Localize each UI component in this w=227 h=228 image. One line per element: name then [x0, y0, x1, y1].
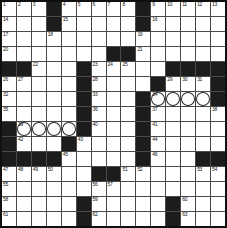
clue-number-58: 58: [3, 197, 8, 202]
cell-r7c7[interactable]: 33: [92, 92, 106, 106]
black-cell-r11c14: [196, 152, 210, 166]
black-cell-r10c1: [2, 137, 16, 151]
cell-r2c8[interactable]: [107, 17, 121, 31]
circle-marker: [62, 122, 76, 136]
clue-number-19: 19: [137, 32, 142, 37]
cell-r10c3[interactable]: [32, 137, 46, 151]
cell-r6c4[interactable]: [47, 77, 61, 91]
cell-r13c13[interactable]: [181, 182, 195, 196]
clue-number-2: 2: [18, 2, 20, 7]
cell-r2c13[interactable]: [181, 17, 195, 31]
crossword-board: 1234567891011121314151617181920212223242…: [0, 0, 227, 228]
black-cell-r2c4: [47, 17, 61, 31]
clue-number-31: 31: [197, 77, 202, 82]
cell-r7c3[interactable]: [32, 92, 46, 106]
cell-r8c11[interactable]: 37: [151, 107, 165, 121]
clue-number-26: 26: [3, 77, 8, 82]
clue-number-34: 34: [152, 92, 157, 97]
cell-r12c15[interactable]: 54: [211, 167, 225, 181]
cell-r3c3[interactable]: [32, 32, 46, 46]
cell-r9c8[interactable]: [107, 122, 121, 136]
cell-r1c8[interactable]: 7: [107, 2, 121, 16]
clue-number-23: 23: [93, 62, 98, 67]
cell-r8c7[interactable]: 36: [92, 107, 106, 121]
cell-r1c15[interactable]: 13: [211, 2, 225, 16]
cell-r6c2[interactable]: 27: [17, 77, 31, 91]
cell-r8c4[interactable]: [47, 107, 61, 121]
cell-r5c9[interactable]: 25: [121, 62, 135, 76]
cell-r13c14[interactable]: [196, 182, 210, 196]
cell-r1c7[interactable]: 6: [92, 2, 106, 16]
cell-r2c14[interactable]: [196, 17, 210, 31]
cell-r8c1[interactable]: 35: [2, 107, 16, 121]
clue-number-39: 39: [18, 122, 23, 127]
cell-r7c13[interactable]: [181, 92, 195, 106]
clue-number-24: 24: [108, 62, 113, 67]
clue-number-38: 38: [212, 107, 217, 112]
cell-r7c2[interactable]: [17, 92, 31, 106]
cell-r15c8[interactable]: [107, 212, 121, 226]
cell-r10c7[interactable]: [92, 137, 106, 151]
circle-marker: [196, 92, 210, 106]
clue-number-37: 37: [152, 107, 157, 112]
black-cell-r11c3: [32, 152, 46, 166]
cell-r12c1[interactable]: 47: [2, 167, 16, 181]
clue-number-3: 3: [33, 2, 35, 7]
cell-r10c15[interactable]: [211, 137, 225, 151]
cell-r3c8[interactable]: [107, 32, 121, 46]
clue-number-57: 57: [108, 182, 113, 187]
cell-r3c9[interactable]: [121, 32, 135, 46]
cell-r15c1[interactable]: 61: [2, 212, 16, 226]
clue-number-62: 62: [93, 212, 98, 217]
cell-r5c5[interactable]: [62, 62, 76, 76]
cell-r8c5[interactable]: [62, 107, 76, 121]
black-cell-r5c2: [17, 62, 31, 76]
cell-r14c4[interactable]: [47, 197, 61, 211]
cell-r9c13[interactable]: [181, 122, 195, 136]
black-cell-r8c10: [136, 107, 150, 121]
clue-number-45: 45: [63, 152, 68, 157]
cell-r9c9[interactable]: [121, 122, 135, 136]
black-cell-r4c8: [107, 47, 121, 61]
cell-r9c5[interactable]: [62, 122, 76, 136]
cell-r9c7[interactable]: 40: [92, 122, 106, 136]
clue-number-21: 21: [137, 47, 142, 52]
cell-r10c2[interactable]: 42: [17, 137, 31, 151]
cell-r14c11[interactable]: [151, 197, 165, 211]
black-cell-r11c15: [211, 152, 225, 166]
cell-r8c13[interactable]: [181, 107, 195, 121]
cell-r12c4[interactable]: 50: [47, 167, 61, 181]
cell-r4c10[interactable]: 21: [136, 47, 150, 61]
cell-r6c9[interactable]: [121, 77, 135, 91]
cell-r4c2[interactable]: [17, 47, 31, 61]
clue-number-53: 53: [197, 167, 202, 172]
cell-r1c14[interactable]: 12: [196, 2, 210, 16]
black-cell-r9c6: [77, 122, 91, 136]
cell-r5c4[interactable]: [47, 62, 61, 76]
cell-r14c10[interactable]: [136, 197, 150, 211]
black-cell-r14c6: [77, 197, 91, 211]
clue-number-46: 46: [152, 152, 157, 157]
cell-r13c11[interactable]: [151, 182, 165, 196]
cell-r4c7[interactable]: [92, 47, 106, 61]
cell-r13c5[interactable]: [62, 182, 76, 196]
cell-r4c5[interactable]: [62, 47, 76, 61]
cell-r11c13[interactable]: [181, 152, 195, 166]
cell-r3c12[interactable]: [166, 32, 180, 46]
clue-number-25: 25: [122, 62, 127, 67]
clue-number-30: 30: [182, 77, 187, 82]
cell-r4c12[interactable]: [166, 47, 180, 61]
cell-r2c12[interactable]: [166, 17, 180, 31]
clue-number-32: 32: [3, 92, 8, 97]
cell-r15c2[interactable]: [17, 212, 31, 226]
black-cell-r10c5: [62, 137, 76, 151]
cell-r10c12[interactable]: [166, 137, 180, 151]
black-cell-r5c15: [211, 62, 225, 76]
cell-r5c8[interactable]: 24: [107, 62, 121, 76]
clue-number-33: 33: [93, 92, 98, 97]
clue-number-43: 43: [78, 137, 83, 142]
cell-r15c11[interactable]: [151, 212, 165, 226]
cell-r7c12[interactable]: [166, 92, 180, 106]
clue-number-36: 36: [93, 107, 98, 112]
cell-r1c5[interactable]: 4: [62, 2, 76, 16]
cell-r3c2[interactable]: [17, 32, 31, 46]
cell-r2c6[interactable]: [77, 17, 91, 31]
black-cell-r11c4: [47, 152, 61, 166]
clue-number-11: 11: [182, 2, 187, 7]
cell-r14c1[interactable]: 58: [2, 197, 16, 211]
cell-r3c15[interactable]: [211, 32, 225, 46]
cell-r7c4[interactable]: [47, 92, 61, 106]
cell-r4c3[interactable]: [32, 47, 46, 61]
cell-r13c1[interactable]: 55: [2, 182, 16, 196]
cell-r14c13[interactable]: 60: [181, 197, 195, 211]
cell-r9c11[interactable]: 41: [151, 122, 165, 136]
cell-r4c15[interactable]: [211, 47, 225, 61]
clue-number-55: 55: [3, 182, 8, 187]
cell-r1c1[interactable]: 1: [2, 2, 16, 16]
clue-number-42: 42: [18, 137, 23, 142]
cell-r6c8[interactable]: [107, 77, 121, 91]
cell-r2c2[interactable]: [17, 17, 31, 31]
cell-r8c12[interactable]: [166, 107, 180, 121]
cell-r11c11[interactable]: 46: [151, 152, 165, 166]
clue-number-52: 52: [137, 167, 142, 172]
clue-number-63: 63: [182, 212, 187, 217]
clue-number-9: 9: [152, 2, 154, 7]
cell-r3c13[interactable]: [181, 32, 195, 46]
clue-number-35: 35: [3, 107, 8, 112]
cell-r11c9[interactable]: [121, 152, 135, 166]
black-cell-r12c8: [107, 167, 121, 181]
cell-r13c7[interactable]: 56: [92, 182, 106, 196]
circle-marker: [181, 92, 195, 106]
cell-r7c1[interactable]: 32: [2, 92, 16, 106]
cell-r6c10[interactable]: [136, 77, 150, 91]
black-cell-r6c11: [151, 77, 165, 91]
cell-r1c3[interactable]: 3: [32, 2, 46, 16]
cell-r11c7[interactable]: [92, 152, 106, 166]
cell-r12c12[interactable]: [166, 167, 180, 181]
cell-r11c8[interactable]: [107, 152, 121, 166]
cell-r13c2[interactable]: [17, 182, 31, 196]
cell-r8c3[interactable]: [32, 107, 46, 121]
black-cell-r6c15: [211, 77, 225, 91]
cell-r4c4[interactable]: [47, 47, 61, 61]
clue-number-59: 59: [93, 197, 98, 202]
cell-r12c3[interactable]: 49: [32, 167, 46, 181]
cell-r12c13[interactable]: [181, 167, 195, 181]
cell-r1c6[interactable]: 5: [77, 2, 91, 16]
cell-r11c6[interactable]: [77, 152, 91, 166]
cell-r15c15[interactable]: [211, 212, 225, 226]
cell-r1c11[interactable]: 9: [151, 2, 165, 16]
cell-r9c4[interactable]: [47, 122, 61, 136]
cell-r8c2[interactable]: [17, 107, 31, 121]
cell-r1c2[interactable]: 2: [17, 2, 31, 16]
cell-r6c1[interactable]: 26: [2, 77, 16, 91]
cell-r1c13[interactable]: 11: [181, 2, 195, 16]
cell-r13c15[interactable]: [211, 182, 225, 196]
black-cell-r5c13: [181, 62, 195, 76]
cell-r7c11[interactable]: 34: [151, 92, 165, 106]
black-cell-r6c6: [77, 77, 91, 91]
cell-r13c6[interactable]: [77, 182, 91, 196]
cell-r8c14[interactable]: [196, 107, 210, 121]
cell-r14c7[interactable]: 59: [92, 197, 106, 211]
cell-r9c15[interactable]: [211, 122, 225, 136]
circle-marker: [166, 92, 180, 106]
clue-number-16: 16: [152, 17, 157, 22]
cell-r6c3[interactable]: [32, 77, 46, 91]
cell-r14c3[interactable]: [32, 197, 46, 211]
cell-r8c15[interactable]: 38: [211, 107, 225, 121]
black-cell-r11c1: [2, 152, 16, 166]
clue-number-13: 13: [212, 2, 217, 7]
cell-r10c4[interactable]: [47, 137, 61, 151]
cell-r4c11[interactable]: [151, 47, 165, 61]
cell-r3c7[interactable]: [92, 32, 106, 46]
black-cell-r2c10: [136, 17, 150, 31]
clue-number-18: 18: [48, 32, 53, 37]
cell-r12c5[interactable]: [62, 167, 76, 181]
cell-r13c12[interactable]: [166, 182, 180, 196]
cell-r4c6[interactable]: [77, 47, 91, 61]
clue-number-60: 60: [182, 197, 187, 202]
cell-r2c11[interactable]: 16: [151, 17, 165, 31]
black-cell-r5c1: [2, 62, 16, 76]
black-cell-r1c10: [136, 2, 150, 16]
cell-r12c11[interactable]: [151, 167, 165, 181]
cell-r6c13[interactable]: 30: [181, 77, 195, 91]
cell-r12c2[interactable]: 48: [17, 167, 31, 181]
cell-r3c11[interactable]: [151, 32, 165, 46]
cell-r6c5[interactable]: [62, 77, 76, 91]
clue-number-7: 7: [108, 2, 110, 7]
cell-r3c10[interactable]: 19: [136, 32, 150, 46]
circle-marker: [32, 122, 46, 136]
cell-r9c2[interactable]: 39: [17, 122, 31, 136]
cell-r15c7[interactable]: 62: [92, 212, 106, 226]
black-cell-r7c10: [136, 92, 150, 106]
crossword-puzzle: 1234567891011121314151617181920212223242…: [0, 0, 227, 228]
clue-number-27: 27: [18, 77, 23, 82]
black-cell-r8c6: [77, 107, 91, 121]
cell-r15c5[interactable]: [62, 212, 76, 226]
cell-r2c9[interactable]: [121, 17, 135, 31]
cell-r13c8[interactable]: 57: [107, 182, 121, 196]
cell-r2c15[interactable]: [211, 17, 225, 31]
cell-r4c14[interactable]: [196, 47, 210, 61]
cell-r5c11[interactable]: [151, 62, 165, 76]
clue-number-49: 49: [33, 167, 38, 172]
black-cell-r5c6: [77, 62, 91, 76]
cell-r15c9[interactable]: [121, 212, 135, 226]
clue-number-14: 14: [3, 17, 8, 22]
cell-r1c9[interactable]: 8: [121, 2, 135, 16]
cell-r5c3[interactable]: 22: [32, 62, 46, 76]
clue-number-50: 50: [48, 167, 53, 172]
black-cell-r15c12: [166, 212, 180, 226]
cell-r7c14[interactable]: [196, 92, 210, 106]
cell-r15c14[interactable]: [196, 212, 210, 226]
cell-r13c9[interactable]: [121, 182, 135, 196]
cell-r15c10[interactable]: [136, 212, 150, 226]
cell-r15c13[interactable]: 63: [181, 212, 195, 226]
clue-number-20: 20: [3, 47, 8, 52]
cell-r10c8[interactable]: [107, 137, 121, 151]
cell-r10c14[interactable]: [196, 137, 210, 151]
cell-r8c8[interactable]: [107, 107, 121, 121]
cell-r10c13[interactable]: [181, 137, 195, 151]
cell-r14c9[interactable]: [121, 197, 135, 211]
clue-number-4: 4: [63, 2, 65, 7]
clue-number-10: 10: [167, 2, 172, 7]
cell-r13c10[interactable]: [136, 182, 150, 196]
black-cell-r5c12: [166, 62, 180, 76]
clue-number-44: 44: [152, 137, 157, 142]
cell-r12c14[interactable]: 53: [196, 167, 210, 181]
clue-number-8: 8: [122, 2, 124, 7]
cell-r3c1[interactable]: 17: [2, 32, 16, 46]
cell-r15c3[interactable]: [32, 212, 46, 226]
cell-r10c6[interactable]: 43: [77, 137, 91, 151]
clue-number-54: 54: [212, 167, 217, 172]
black-cell-r15c6: [77, 212, 91, 226]
black-cell-r5c14: [196, 62, 210, 76]
cell-r5c10[interactable]: [136, 62, 150, 76]
clue-number-6: 6: [93, 2, 95, 7]
cell-r11c5[interactable]: 45: [62, 152, 76, 166]
clue-number-48: 48: [18, 167, 23, 172]
clue-number-1: 1: [3, 2, 5, 7]
clue-number-40: 40: [93, 122, 98, 127]
clue-number-28: 28: [93, 77, 98, 82]
cell-r6c7[interactable]: 28: [92, 77, 106, 91]
clue-number-22: 22: [33, 62, 38, 67]
cell-r9c14[interactable]: [196, 122, 210, 136]
clue-number-17: 17: [3, 32, 8, 37]
clue-number-15: 15: [63, 17, 68, 22]
cell-r14c2[interactable]: [17, 197, 31, 211]
cell-r4c1[interactable]: 20: [2, 47, 16, 61]
black-cell-r7c15: [211, 92, 225, 106]
cell-r6c12[interactable]: 29: [166, 77, 180, 91]
cell-r12c10[interactable]: 52: [136, 167, 150, 181]
cell-r4c13[interactable]: [181, 47, 195, 61]
clue-number-61: 61: [3, 212, 8, 217]
cell-r6c14[interactable]: 31: [196, 77, 210, 91]
black-cell-r7c6: [77, 92, 91, 106]
cell-r10c11[interactable]: 44: [151, 137, 165, 151]
cell-r15c4[interactable]: [47, 212, 61, 226]
black-cell-r1c4: [47, 2, 61, 16]
cell-r11c12[interactable]: [166, 152, 180, 166]
cell-r3c6[interactable]: [77, 32, 91, 46]
cell-r10c9[interactable]: [121, 137, 135, 151]
black-cell-r11c2: [17, 152, 31, 166]
cell-r13c3[interactable]: [32, 182, 46, 196]
black-cell-r10c10: [136, 137, 150, 151]
cell-r13c4[interactable]: [47, 182, 61, 196]
cell-r14c8[interactable]: [107, 197, 121, 211]
cell-r7c9[interactable]: [121, 92, 135, 106]
cell-r14c15[interactable]: [211, 197, 225, 211]
cell-r2c1[interactable]: 14: [2, 17, 16, 31]
black-cell-r11c10: [136, 152, 150, 166]
cell-r8c9[interactable]: [121, 107, 135, 121]
cell-r2c5[interactable]: 15: [62, 17, 76, 31]
black-cell-r9c10: [136, 122, 150, 136]
cell-r3c14[interactable]: [196, 32, 210, 46]
cell-r14c5[interactable]: [62, 197, 76, 211]
black-cell-r14c12: [166, 197, 180, 211]
clue-number-29: 29: [167, 77, 172, 82]
black-cell-r9c1: [2, 122, 16, 136]
clue-number-41: 41: [152, 122, 157, 127]
cell-r12c9[interactable]: 51: [121, 167, 135, 181]
cell-r1c12[interactable]: 10: [166, 2, 180, 16]
clue-number-12: 12: [197, 2, 202, 7]
cell-r3c4[interactable]: 18: [47, 32, 61, 46]
cell-r9c12[interactable]: [166, 122, 180, 136]
clue-number-51: 51: [122, 167, 127, 172]
cell-r3c5[interactable]: [62, 32, 76, 46]
black-cell-r4c9: [121, 47, 135, 61]
cell-r2c3[interactable]: [32, 17, 46, 31]
cell-r7c8[interactable]: [107, 92, 121, 106]
cell-r14c14[interactable]: [196, 197, 210, 211]
clue-number-56: 56: [93, 182, 98, 187]
black-cell-r12c7: [92, 167, 106, 181]
clue-number-47: 47: [3, 167, 8, 172]
cell-r5c7[interactable]: 23: [92, 62, 106, 76]
cell-r12c6[interactable]: [77, 167, 91, 181]
circle-marker: [47, 122, 61, 136]
cell-r7c5[interactable]: [62, 92, 76, 106]
cell-r2c7[interactable]: [92, 17, 106, 31]
clue-number-5: 5: [78, 2, 80, 7]
cell-r9c3[interactable]: [32, 122, 46, 136]
